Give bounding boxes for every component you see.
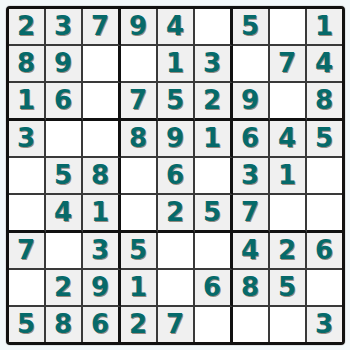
sudoku-cell-r7c7[interactable]: 4 <box>233 233 270 270</box>
sudoku-cell-r9c2[interactable]: 8 <box>46 307 83 342</box>
sudoku-cell-r4c3[interactable] <box>83 121 121 158</box>
sudoku-cell-r2c5[interactable]: 1 <box>158 46 195 83</box>
sudoku-cell-r5c7[interactable]: 3 <box>233 158 270 195</box>
sudoku-cell-r6c4[interactable] <box>121 195 158 233</box>
sudoku-cell-r7c3[interactable]: 3 <box>83 233 121 270</box>
sudoku-cell-r6c8[interactable] <box>270 195 307 233</box>
sudoku-cell-r9c7[interactable] <box>233 307 270 342</box>
sudoku-cell-r9c3[interactable]: 6 <box>83 307 121 342</box>
sudoku-cell-r4c8[interactable]: 4 <box>270 121 307 158</box>
sudoku-cell-r1c1[interactable]: 2 <box>9 9 46 46</box>
sudoku-cell-r8c2[interactable]: 2 <box>46 270 83 307</box>
sudoku-cell-r8c9[interactable] <box>307 270 342 307</box>
sudoku-cell-r3c1[interactable]: 1 <box>9 83 46 121</box>
sudoku-cell-r6c7[interactable]: 7 <box>233 195 270 233</box>
sudoku-cell-r4c7[interactable]: 6 <box>233 121 270 158</box>
sudoku-cell-r8c1[interactable] <box>9 270 46 307</box>
sudoku-cell-r8c7[interactable]: 8 <box>233 270 270 307</box>
sudoku-cell-r3c8[interactable] <box>270 83 307 121</box>
sudoku-cell-r8c3[interactable]: 9 <box>83 270 121 307</box>
page: 2379451891374167529838916455863141257735… <box>0 0 350 350</box>
sudoku-cell-r5c2[interactable]: 5 <box>46 158 83 195</box>
sudoku-cell-r8c4[interactable]: 1 <box>121 270 158 307</box>
sudoku-cell-r1c4[interactable]: 9 <box>121 9 158 46</box>
sudoku-cell-r9c6[interactable] <box>195 307 233 342</box>
sudoku-cell-r1c9[interactable]: 1 <box>307 9 342 46</box>
sudoku-cell-r2c4[interactable] <box>121 46 158 83</box>
sudoku-cell-r7c1[interactable]: 7 <box>9 233 46 270</box>
sudoku-cell-r6c1[interactable] <box>9 195 46 233</box>
sudoku-cell-r2c2[interactable]: 9 <box>46 46 83 83</box>
sudoku-cell-r6c2[interactable]: 4 <box>46 195 83 233</box>
sudoku-cell-r6c6[interactable]: 5 <box>195 195 233 233</box>
sudoku-cell-r7c8[interactable]: 2 <box>270 233 307 270</box>
sudoku-cell-r6c3[interactable]: 1 <box>83 195 121 233</box>
sudoku-cell-r3c6[interactable]: 2 <box>195 83 233 121</box>
sudoku-cell-r7c5[interactable] <box>158 233 195 270</box>
sudoku-cell-r2c9[interactable]: 4 <box>307 46 342 83</box>
sudoku-cell-r1c8[interactable] <box>270 9 307 46</box>
sudoku-cell-r7c6[interactable] <box>195 233 233 270</box>
sudoku-cell-r5c9[interactable] <box>307 158 342 195</box>
sudoku-cell-r9c8[interactable] <box>270 307 307 342</box>
sudoku-cell-r1c5[interactable]: 4 <box>158 9 195 46</box>
sudoku-cell-r8c8[interactable]: 5 <box>270 270 307 307</box>
sudoku-cell-r5c8[interactable]: 1 <box>270 158 307 195</box>
sudoku-cell-r4c5[interactable]: 9 <box>158 121 195 158</box>
sudoku-cell-r9c1[interactable]: 5 <box>9 307 46 342</box>
sudoku-cell-r5c6[interactable] <box>195 158 233 195</box>
sudoku-cell-r3c4[interactable]: 7 <box>121 83 158 121</box>
sudoku-cell-r4c4[interactable]: 8 <box>121 121 158 158</box>
sudoku-cell-r9c9[interactable]: 3 <box>307 307 342 342</box>
sudoku-cell-r4c6[interactable]: 1 <box>195 121 233 158</box>
sudoku-cell-r3c9[interactable]: 8 <box>307 83 342 121</box>
sudoku-cell-r8c5[interactable] <box>158 270 195 307</box>
sudoku-cell-r2c1[interactable]: 8 <box>9 46 46 83</box>
sudoku-cell-r5c3[interactable]: 8 <box>83 158 121 195</box>
sudoku-cell-r7c9[interactable]: 6 <box>307 233 342 270</box>
sudoku-cell-r2c6[interactable]: 3 <box>195 46 233 83</box>
sudoku-cell-r6c9[interactable] <box>307 195 342 233</box>
sudoku-cell-r4c9[interactable]: 5 <box>307 121 342 158</box>
sudoku-cell-r4c1[interactable]: 3 <box>9 121 46 158</box>
sudoku-cell-r3c3[interactable] <box>83 83 121 121</box>
sudoku-cell-r1c2[interactable]: 3 <box>46 9 83 46</box>
sudoku-cell-r1c7[interactable]: 5 <box>233 9 270 46</box>
sudoku-cell-r1c3[interactable]: 7 <box>83 9 121 46</box>
sudoku-cell-r4c2[interactable] <box>46 121 83 158</box>
sudoku-cell-r9c4[interactable]: 2 <box>121 307 158 342</box>
sudoku-cell-r1c6[interactable] <box>195 9 233 46</box>
sudoku-cell-r5c1[interactable] <box>9 158 46 195</box>
sudoku-cell-r7c4[interactable]: 5 <box>121 233 158 270</box>
sudoku-cell-r5c5[interactable]: 6 <box>158 158 195 195</box>
sudoku-cell-r8c6[interactable]: 6 <box>195 270 233 307</box>
sudoku-cell-r7c2[interactable] <box>46 233 83 270</box>
sudoku-cell-r3c7[interactable]: 9 <box>233 83 270 121</box>
sudoku-board: 2379451891374167529838916455863141257735… <box>6 6 345 345</box>
sudoku-cell-r3c2[interactable]: 6 <box>46 83 83 121</box>
sudoku-cell-r5c4[interactable] <box>121 158 158 195</box>
sudoku-cell-r6c5[interactable]: 2 <box>158 195 195 233</box>
sudoku-cell-r2c3[interactable] <box>83 46 121 83</box>
sudoku-cell-r2c8[interactable]: 7 <box>270 46 307 83</box>
sudoku-cell-r2c7[interactable] <box>233 46 270 83</box>
sudoku-cell-r3c5[interactable]: 5 <box>158 83 195 121</box>
sudoku-cell-r9c5[interactable]: 7 <box>158 307 195 342</box>
